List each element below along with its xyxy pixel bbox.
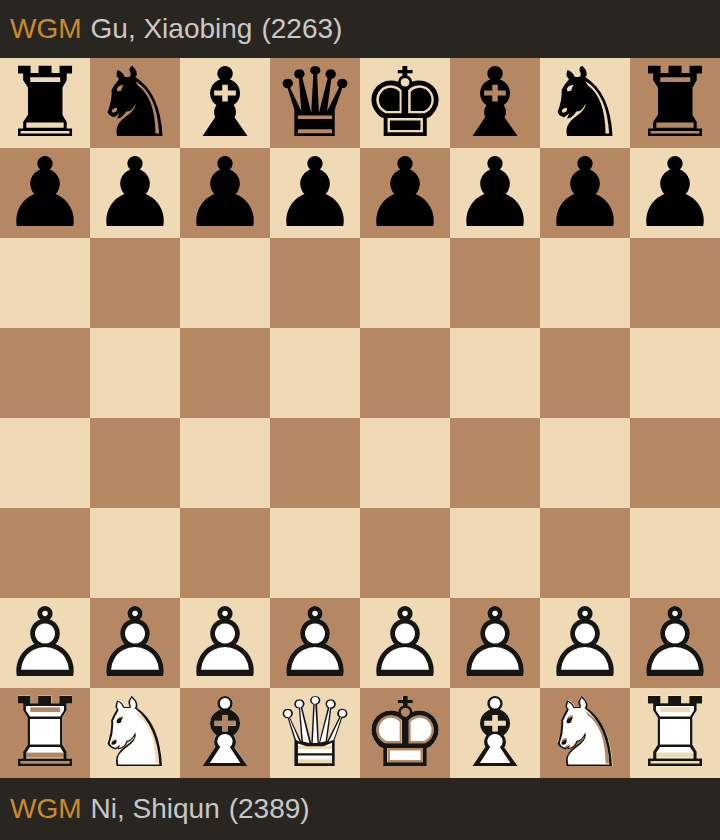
piece-black-rook[interactable]: ♜ [0,58,90,148]
square-h4[interactable] [630,418,720,508]
square-h7[interactable]: ♟ [630,148,720,238]
piece-white-pawn[interactable]: ♟♙ [450,598,540,688]
square-h5[interactable] [630,328,720,418]
square-g7[interactable]: ♟ [540,148,630,238]
square-a8[interactable]: ♜ [0,58,90,148]
player-title-bottom: WGM [10,793,82,825]
white-piece-outline-layer: ♖ [630,688,720,778]
square-c7[interactable]: ♟ [180,148,270,238]
white-piece-outline-layer: ♘ [90,688,180,778]
piece-white-bishop[interactable]: ♝♗ [180,688,270,778]
white-piece-outline-layer: ♘ [540,688,630,778]
square-d3[interactable] [270,508,360,598]
piece-black-rook[interactable]: ♜ [630,58,720,148]
square-a1[interactable]: ♜♖ [0,688,90,778]
player-rating-bottom: (2389) [229,793,310,825]
square-b3[interactable] [90,508,180,598]
square-f6[interactable] [450,238,540,328]
piece-black-pawn[interactable]: ♟ [360,148,450,238]
square-c3[interactable] [180,508,270,598]
chess-board: ♜♞♝♛♚♝♞♜♟♟♟♟♟♟♟♟♟♙♟♙♟♙♟♙♟♙♟♙♟♙♟♙♜♖♞♘♝♗♛♕… [0,58,720,778]
square-g8[interactable]: ♞ [540,58,630,148]
white-piece-outline-layer: ♙ [450,598,540,688]
square-g4[interactable] [540,418,630,508]
square-c8[interactable]: ♝ [180,58,270,148]
square-c4[interactable] [180,418,270,508]
square-e3[interactable] [360,508,450,598]
square-e1[interactable]: ♚♔ [360,688,450,778]
piece-white-pawn[interactable]: ♟♙ [540,598,630,688]
square-b2[interactable]: ♟♙ [90,598,180,688]
square-h3[interactable] [630,508,720,598]
piece-white-knight[interactable]: ♞♘ [540,688,630,778]
piece-white-rook[interactable]: ♜♖ [0,688,90,778]
white-piece-outline-layer: ♙ [90,598,180,688]
square-h2[interactable]: ♟♙ [630,598,720,688]
square-h1[interactable]: ♜♖ [630,688,720,778]
white-piece-outline-layer: ♙ [630,598,720,688]
square-c1[interactable]: ♝♗ [180,688,270,778]
piece-black-pawn[interactable]: ♟ [180,148,270,238]
square-d5[interactable] [270,328,360,418]
square-d8[interactable]: ♛ [270,58,360,148]
piece-black-knight[interactable]: ♞ [540,58,630,148]
square-f2[interactable]: ♟♙ [450,598,540,688]
square-f5[interactable] [450,328,540,418]
square-h8[interactable]: ♜ [630,58,720,148]
piece-black-pawn[interactable]: ♟ [450,148,540,238]
piece-white-king[interactable]: ♚♔ [360,688,450,778]
square-b5[interactable] [90,328,180,418]
square-f4[interactable] [450,418,540,508]
square-d7[interactable]: ♟ [270,148,360,238]
square-a4[interactable] [0,418,90,508]
square-c5[interactable] [180,328,270,418]
square-e4[interactable] [360,418,450,508]
piece-white-rook[interactable]: ♜♖ [630,688,720,778]
piece-black-pawn[interactable]: ♟ [540,148,630,238]
piece-white-pawn[interactable]: ♟♙ [270,598,360,688]
white-piece-outline-layer: ♙ [180,598,270,688]
player-name-top: Gu, Xiaobing [91,13,253,45]
square-g1[interactable]: ♞♘ [540,688,630,778]
square-a7[interactable]: ♟ [0,148,90,238]
square-e6[interactable] [360,238,450,328]
piece-white-pawn[interactable]: ♟♙ [360,598,450,688]
square-f8[interactable]: ♝ [450,58,540,148]
white-piece-outline-layer: ♙ [540,598,630,688]
player-title-top: WGM [10,13,82,45]
piece-white-bishop[interactable]: ♝♗ [450,688,540,778]
square-c2[interactable]: ♟♙ [180,598,270,688]
square-b7[interactable]: ♟ [90,148,180,238]
square-b4[interactable] [90,418,180,508]
square-g3[interactable] [540,508,630,598]
piece-black-pawn[interactable]: ♟ [90,148,180,238]
square-f1[interactable]: ♝♗ [450,688,540,778]
piece-black-bishop[interactable]: ♝ [180,58,270,148]
piece-black-pawn[interactable]: ♟ [270,148,360,238]
piece-white-knight[interactable]: ♞♘ [90,688,180,778]
square-b1[interactable]: ♞♘ [90,688,180,778]
square-e8[interactable]: ♚ [360,58,450,148]
square-h6[interactable] [630,238,720,328]
chess-app: WGM Gu, Xiaobing (2263) ♜♞♝♛♚♝♞♜♟♟♟♟♟♟♟♟… [0,0,720,840]
square-a5[interactable] [0,328,90,418]
piece-white-queen[interactable]: ♛♕ [270,688,360,778]
square-f7[interactable]: ♟ [450,148,540,238]
white-piece-outline-layer: ♙ [270,598,360,688]
piece-black-pawn[interactable]: ♟ [0,148,90,238]
player-name-bottom: Ni, Shiqun [91,793,220,825]
white-piece-outline-layer: ♖ [0,688,90,778]
square-g5[interactable] [540,328,630,418]
square-b6[interactable] [90,238,180,328]
piece-black-bishop[interactable]: ♝ [450,58,540,148]
white-piece-outline-layer: ♗ [180,688,270,778]
piece-white-pawn[interactable]: ♟♙ [90,598,180,688]
piece-black-pawn[interactable]: ♟ [630,148,720,238]
square-d4[interactable] [270,418,360,508]
square-g2[interactable]: ♟♙ [540,598,630,688]
white-piece-outline-layer: ♙ [360,598,450,688]
square-d6[interactable] [270,238,360,328]
player-rating-top: (2263) [261,13,342,45]
piece-white-pawn[interactable]: ♟♙ [630,598,720,688]
square-f3[interactable] [450,508,540,598]
white-piece-outline-layer: ♗ [450,688,540,778]
piece-white-pawn[interactable]: ♟♙ [180,598,270,688]
square-e2[interactable]: ♟♙ [360,598,450,688]
square-e7[interactable]: ♟ [360,148,450,238]
piece-black-knight[interactable]: ♞ [90,58,180,148]
square-c6[interactable] [180,238,270,328]
piece-black-queen[interactable]: ♛ [270,58,360,148]
square-a6[interactable] [0,238,90,328]
square-a2[interactable]: ♟♙ [0,598,90,688]
square-g6[interactable] [540,238,630,328]
white-piece-outline-layer: ♙ [0,598,90,688]
square-a3[interactable] [0,508,90,598]
piece-white-pawn[interactable]: ♟♙ [0,598,90,688]
square-d2[interactable]: ♟♙ [270,598,360,688]
white-piece-outline-layer: ♕ [270,688,360,778]
square-b8[interactable]: ♞ [90,58,180,148]
square-d1[interactable]: ♛♕ [270,688,360,778]
piece-black-king[interactable]: ♚ [360,58,450,148]
square-e5[interactable] [360,328,450,418]
white-piece-outline-layer: ♔ [360,688,450,778]
